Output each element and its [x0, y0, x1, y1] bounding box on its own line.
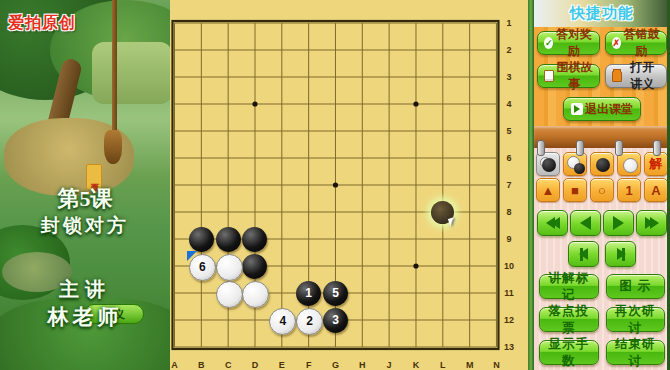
- white-stone-icon: [623, 158, 638, 173]
- row-label-12: 12: [501, 315, 517, 325]
- top-button-3[interactable]: 围棋故事: [537, 64, 600, 88]
- function-button-6[interactable]: 结束研讨: [606, 340, 666, 365]
- stone-D11: [242, 281, 269, 308]
- col-label-N: N: [486, 360, 506, 370]
- bottom-button-grid: 讲解标记图 示落点投票再次研讨显示手数结束研讨: [534, 267, 670, 365]
- lesson-title: 封锁对方: [0, 213, 170, 239]
- function-button-5[interactable]: 显示手数: [539, 340, 599, 365]
- wooden-divider: [534, 126, 670, 148]
- check-circle-icon: ✓: [544, 37, 553, 49]
- board-grid: [170, 0, 528, 370]
- lesson-number: 第5课: [0, 184, 170, 214]
- exit-class-button[interactable]: 退出课堂: [563, 97, 641, 121]
- row-label-13: 13: [501, 342, 517, 352]
- binder-pin-4: [653, 140, 661, 156]
- rewind-icon: [548, 217, 558, 229]
- row-label-8: 8: [501, 207, 517, 217]
- col-label-B: B: [191, 360, 211, 370]
- row-label-4: 4: [501, 99, 517, 109]
- go-board[interactable]: ABCDEFGHJKLMN12345678910111213153642: [170, 0, 528, 370]
- col-label-H: H: [352, 360, 372, 370]
- stone-G11: 5: [323, 281, 348, 306]
- lesson-sidebar: 爱拍原创 下载 第5课 封锁对方 主讲 讲义 林老师: [0, 0, 170, 370]
- row-label-2: 2: [501, 45, 517, 55]
- stone-C9: [216, 227, 241, 252]
- tool-black-stone[interactable]: [590, 152, 614, 176]
- stone-B9: [189, 227, 214, 252]
- quick-functions-panel: 快捷功能 ✓答对奖励✗答错鼓励围棋故事打开讲义 退出课堂 解 ▲■○1A 讲解标…: [534, 0, 670, 370]
- stone-G12: 3: [323, 308, 348, 333]
- row-label-10: 10: [501, 261, 517, 271]
- binder-pin-1: [537, 140, 545, 156]
- jump-row: [534, 241, 670, 267]
- top-button-label: 围棋故事: [556, 59, 592, 93]
- step-forward-icon: [615, 216, 622, 230]
- tool-alt-white[interactable]: [563, 152, 587, 176]
- binder-pin-3: [615, 140, 623, 156]
- stone-C11: [216, 281, 243, 308]
- exit-icon: [571, 103, 583, 115]
- col-label-G: G: [325, 360, 345, 370]
- stone-tool-row: 解: [534, 152, 670, 176]
- last-move-marker: [187, 251, 197, 261]
- presenter-name: 林老师: [0, 303, 170, 331]
- jump-end-button[interactable]: [605, 241, 636, 267]
- marker-tool-2[interactable]: ■: [563, 178, 587, 202]
- marker-tool-row: ▲■○1A: [534, 178, 670, 202]
- panel-banner: 快捷功能: [534, 0, 670, 27]
- col-label-A: A: [165, 360, 185, 370]
- marker-tool-5[interactable]: A: [644, 178, 668, 202]
- col-label-K: K: [406, 360, 426, 370]
- black-stone-icon: [542, 158, 556, 172]
- stone-C10: [216, 254, 243, 281]
- function-button-2[interactable]: 图 示: [606, 274, 666, 299]
- fast-forward-icon: [647, 217, 657, 229]
- aipai-watermark-logo: 爱拍原创: [8, 13, 76, 34]
- col-label-C: C: [218, 360, 238, 370]
- navigation-row: [534, 210, 670, 236]
- marker-tool-3[interactable]: ○: [590, 178, 614, 202]
- jump-start-icon: [582, 248, 586, 261]
- presenter-label: 主讲: [0, 276, 170, 303]
- panel-top-section: ✓答对奖励✗答错鼓励围棋故事打开讲义 退出课堂: [534, 27, 670, 126]
- marker-tool-1[interactable]: ▲: [536, 178, 560, 202]
- stone-D10: [242, 254, 267, 279]
- top-button-label: 答错鼓励: [623, 26, 660, 60]
- top-button-grid: ✓答对奖励✗答错鼓励围棋故事打开讲义: [534, 27, 670, 88]
- top-button-2[interactable]: ✗答错鼓励: [605, 31, 668, 55]
- top-button-label: 答对奖励: [555, 26, 592, 60]
- top-button-1[interactable]: ✓答对奖励: [537, 31, 600, 55]
- top-button-label: 打开讲义: [624, 59, 660, 93]
- row-label-6: 6: [501, 153, 517, 163]
- step-back-icon: [582, 216, 589, 230]
- top-button-4[interactable]: 打开讲义: [605, 64, 668, 88]
- rope-decoration: [112, 0, 117, 136]
- row-label-7: 7: [501, 180, 517, 190]
- stone-E12: 4: [269, 308, 296, 335]
- book-icon: [544, 70, 554, 82]
- tool-paper-section: 解 ▲■○1A 讲解标记图 示落点投票再次研讨显示手数结束研讨: [534, 148, 670, 370]
- row-label-11: 11: [501, 288, 517, 298]
- row-label-9: 9: [501, 234, 517, 244]
- fast-forward-button[interactable]: [636, 210, 667, 236]
- jump-end-icon: [619, 248, 623, 261]
- rewind-button[interactable]: [537, 210, 568, 236]
- step-back-button[interactable]: [570, 210, 601, 236]
- stone-F12: 2: [296, 308, 323, 335]
- panel-title: 快捷功能: [570, 4, 634, 23]
- binder-pin-2: [576, 140, 584, 156]
- col-label-E: E: [272, 360, 292, 370]
- col-label-J: J: [379, 360, 399, 370]
- stone-F11: 1: [296, 281, 321, 306]
- row-label-1: 1: [501, 18, 517, 28]
- row-label-3: 3: [501, 72, 517, 82]
- col-label-M: M: [460, 360, 480, 370]
- col-label-F: F: [299, 360, 319, 370]
- function-button-1[interactable]: 讲解标记: [539, 274, 599, 299]
- stone-D9: [242, 227, 267, 252]
- black-stone-icon: [596, 158, 610, 172]
- folder-icon: [612, 71, 623, 82]
- col-label-D: D: [245, 360, 265, 370]
- step-forward-button[interactable]: [603, 210, 634, 236]
- col-label-L: L: [433, 360, 453, 370]
- scenery-arch: [92, 42, 170, 104]
- black-stone-icon: [574, 163, 585, 174]
- rope-tassel: [104, 130, 122, 164]
- row-label-5: 5: [501, 126, 517, 136]
- x-circle-icon: ✗: [612, 37, 621, 49]
- app-window: 爱拍原创 下载 第5课 封锁对方 主讲 讲义 林老师 ABCDEFGHJKLMN…: [0, 0, 670, 370]
- function-button-4[interactable]: 再次研讨: [606, 307, 666, 332]
- function-button-3[interactable]: 落点投票: [539, 307, 599, 332]
- jump-start-button[interactable]: [568, 241, 599, 267]
- marker-tool-4[interactable]: 1: [617, 178, 641, 202]
- exit-class-label: 退出课堂: [585, 101, 633, 118]
